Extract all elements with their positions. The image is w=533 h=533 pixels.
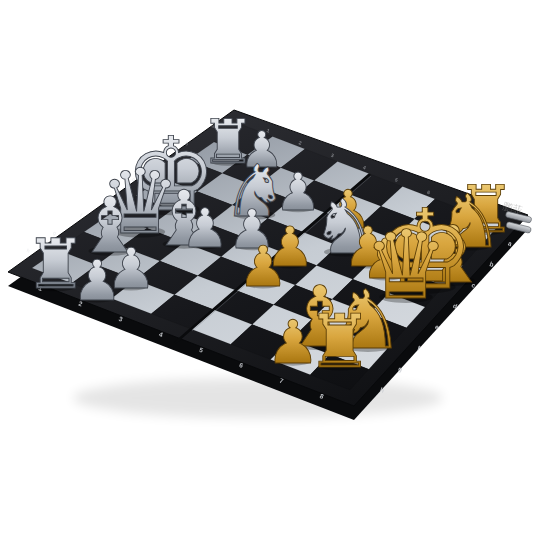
board-drop-shadow [73, 378, 443, 418]
gold-rook: ♜ [307, 298, 373, 384]
product-photo: 1122334455667788aabbccddeeffgghh ♜♟♚♟♞♟♜… [0, 0, 533, 533]
chessboard: 1122334455667788aabbccddeeffgghh ♜♟♚♟♞♟♜… [0, 0, 533, 533]
pieces: ♜♟♚♟♞♟♜♛♝♟♞♟♝♞♟♟♟♝♟♜♟♚♛♟♝♞♟♜ [25, 106, 515, 384]
silver-pawn: ♟ [181, 197, 229, 260]
file-label-near-e: e [434, 323, 440, 331]
silver-pawn: ♟ [72, 248, 122, 313]
gold-pawn: ♟ [238, 234, 288, 299]
